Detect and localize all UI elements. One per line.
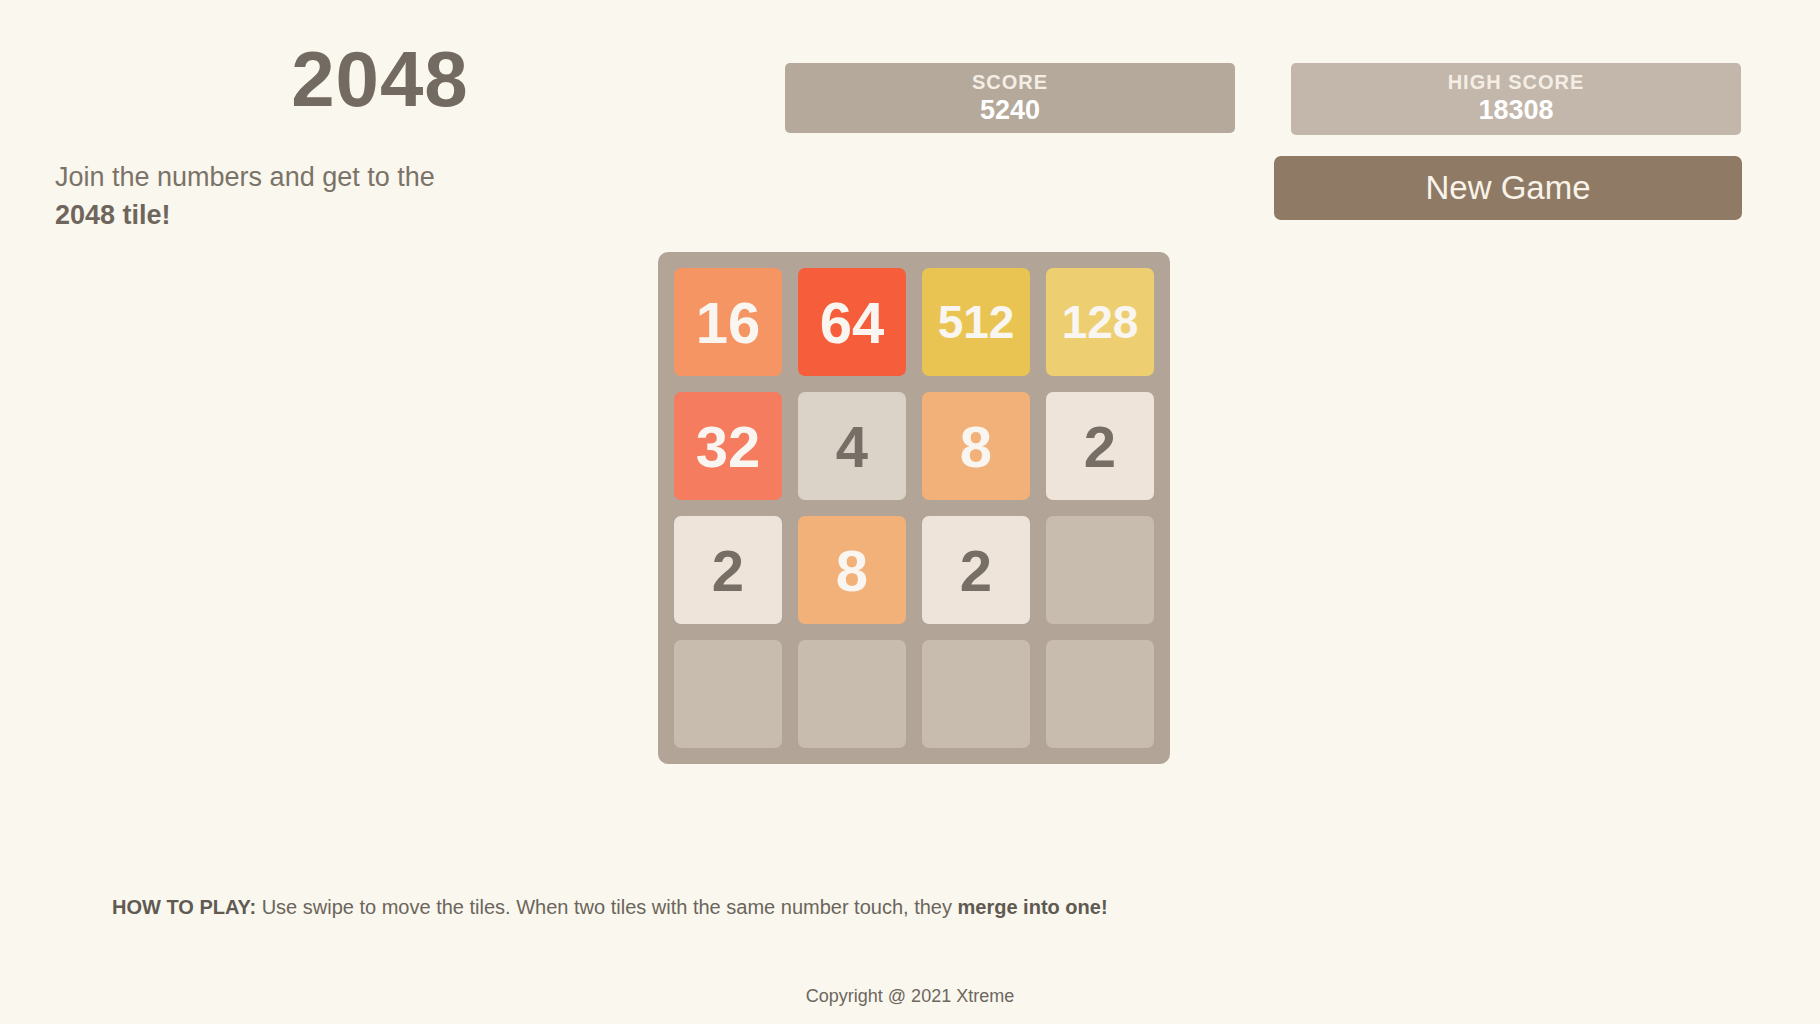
- cell-r0-c0: 16: [674, 268, 782, 376]
- cell-r3-c1: [798, 640, 906, 748]
- high-score-box: HIGH SCORE 18308: [1291, 63, 1741, 135]
- new-game-button[interactable]: New Game: [1274, 156, 1742, 220]
- cell-r1-c2: 8: [922, 392, 1030, 500]
- score-box: SCORE 5240: [785, 63, 1235, 133]
- cell-r3-c0: [674, 640, 782, 748]
- subtitle-line1: Join the numbers and get to the: [55, 162, 435, 192]
- how-to-play-text: HOW TO PLAY: Use swipe to move the tiles…: [112, 896, 1108, 919]
- game-board[interactable]: 16 64 512 128 32 4 8 2 2 8 2: [658, 252, 1170, 764]
- score-label: SCORE: [785, 71, 1235, 94]
- game-subtitle: Join the numbers and get to the 2048 til…: [55, 158, 435, 234]
- cell-r0-c3: 128: [1046, 268, 1154, 376]
- how-to-play-body: Use swipe to move the tiles. When two ti…: [256, 896, 957, 918]
- page: 2048 Join the numbers and get to the 204…: [0, 0, 1820, 1024]
- score-value: 5240: [785, 95, 1235, 126]
- cell-r3-c3: [1046, 640, 1154, 748]
- cell-r2-c0: 2: [674, 516, 782, 624]
- cell-r0-c2: 512: [922, 268, 1030, 376]
- game-title: 2048: [200, 34, 560, 125]
- cell-r1-c3: 2: [1046, 392, 1154, 500]
- cell-r1-c1: 4: [798, 392, 906, 500]
- high-score-label: HIGH SCORE: [1291, 71, 1741, 94]
- subtitle-line2: 2048 tile!: [55, 200, 171, 230]
- high-score-value: 18308: [1291, 95, 1741, 126]
- cell-r2-c1: 8: [798, 516, 906, 624]
- cell-r2-c3: [1046, 516, 1154, 624]
- cell-r1-c0: 32: [674, 392, 782, 500]
- cell-r3-c2: [922, 640, 1030, 748]
- how-to-play-label: HOW TO PLAY:: [112, 896, 256, 918]
- cell-r0-c1: 64: [798, 268, 906, 376]
- cell-r2-c2: 2: [922, 516, 1030, 624]
- how-to-play-emphasis: merge into one!: [958, 896, 1108, 918]
- copyright-text: Copyright @ 2021 Xtreme: [0, 986, 1820, 1007]
